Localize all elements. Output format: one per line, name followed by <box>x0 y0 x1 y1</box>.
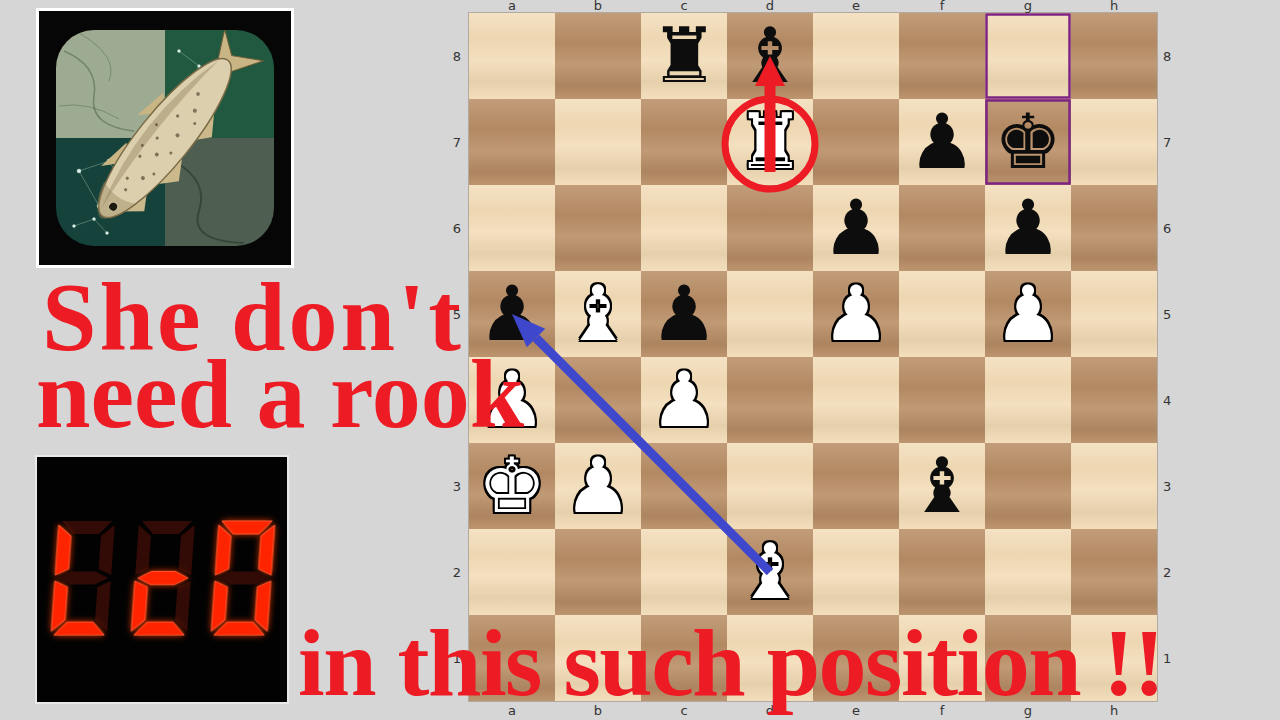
thumbnail: She don't need a rook in this such posit… <box>0 0 1280 720</box>
square-d2[interactable]: ♝ <box>727 529 813 615</box>
rank-label-2: 2 <box>444 529 465 615</box>
square-d5[interactable] <box>727 271 813 357</box>
square-a7[interactable] <box>469 99 555 185</box>
square-e8[interactable] <box>813 13 899 99</box>
square-f5[interactable] <box>899 271 985 357</box>
segment-d-lit <box>134 622 185 635</box>
segment-c-unlit <box>174 581 190 631</box>
rank-label-8: 8 <box>444 13 465 99</box>
rank-label-6: 6 <box>444 185 465 271</box>
square-h5[interactable] <box>1071 271 1157 357</box>
stockfish-logo <box>36 8 294 268</box>
square-e7[interactable] <box>813 99 899 185</box>
square-c7[interactable] <box>641 99 727 185</box>
board: ♜♝♜♟♚♟♟♟♝♟♟♟♟♟♚♟♝♝ <box>469 13 1157 701</box>
square-b5[interactable]: ♝ <box>555 271 641 357</box>
segment-d-lit <box>54 622 105 635</box>
segment-c-unlit <box>94 581 110 631</box>
square-f3[interactable]: ♝ <box>899 443 985 529</box>
file-label-a: a <box>469 0 555 13</box>
square-b3[interactable]: ♟ <box>555 443 641 529</box>
square-b4[interactable] <box>555 357 641 443</box>
black-bishop-d8: ♝ <box>727 13 813 99</box>
square-c5[interactable]: ♟ <box>641 271 727 357</box>
square-d3[interactable] <box>727 443 813 529</box>
square-a2[interactable] <box>469 529 555 615</box>
square-d8[interactable]: ♝ <box>727 13 813 99</box>
rank-labels-right: 87654321 <box>1160 13 1180 701</box>
white-pawn-e5: ♟ <box>813 271 899 357</box>
square-h3[interactable] <box>1071 443 1157 529</box>
square-b6[interactable] <box>555 185 641 271</box>
square-h7[interactable] <box>1071 99 1157 185</box>
square-h2[interactable] <box>1071 529 1157 615</box>
seven-segment-digit-c <box>131 521 195 635</box>
file-label-d: d <box>727 0 813 13</box>
square-a6[interactable] <box>469 185 555 271</box>
square-a3[interactable]: ♚ <box>469 443 555 529</box>
square-h8[interactable] <box>1071 13 1157 99</box>
segment-a-unlit <box>61 521 112 534</box>
segment-a-unlit <box>141 521 192 534</box>
rank-label-7: 7 <box>444 99 465 185</box>
file-label-e: e <box>813 0 899 13</box>
square-g4[interactable] <box>985 357 1071 443</box>
square-e6[interactable]: ♟ <box>813 185 899 271</box>
square-f8[interactable] <box>899 13 985 99</box>
square-g5[interactable]: ♟ <box>985 271 1071 357</box>
square-g2[interactable] <box>985 529 1071 615</box>
file-label-b: b <box>555 0 641 13</box>
lc0-logo: Lc0 <box>35 455 289 704</box>
segment-f-lit <box>55 525 71 575</box>
white-bishop-d2: ♝ <box>727 529 813 615</box>
white-pawn-c4: ♟ <box>641 357 727 443</box>
black-pawn-e6: ♟ <box>813 185 899 271</box>
square-g3[interactable] <box>985 443 1071 529</box>
caption-line-3: in this such position !! <box>298 607 1164 718</box>
square-b8[interactable] <box>555 13 641 99</box>
file-label-g: g <box>985 0 1071 13</box>
rank-label-4: 4 <box>1160 357 1180 443</box>
square-c2[interactable] <box>641 529 727 615</box>
rank-label-3: 3 <box>444 443 465 529</box>
square-c8[interactable]: ♜ <box>641 13 727 99</box>
square-f6[interactable] <box>899 185 985 271</box>
rank-label-8: 8 <box>1160 13 1180 99</box>
square-f7[interactable]: ♟ <box>899 99 985 185</box>
square-g7[interactable]: ♚ <box>985 99 1071 185</box>
file-labels-top: abcdefgh <box>469 0 1157 13</box>
square-h6[interactable] <box>1071 185 1157 271</box>
fish-icon <box>39 11 291 265</box>
black-rook-c8: ♜ <box>641 13 727 99</box>
square-g8[interactable] <box>985 13 1071 99</box>
file-label-f: f <box>899 0 985 13</box>
segment-d-lit <box>214 622 265 635</box>
square-h4[interactable] <box>1071 357 1157 443</box>
segment-f-unlit <box>135 525 151 575</box>
rank-label-6: 6 <box>1160 185 1180 271</box>
square-f2[interactable] <box>899 529 985 615</box>
segment-b-unlit <box>98 525 114 575</box>
rank-label-5: 5 <box>1160 271 1180 357</box>
white-pawn-b3: ♟ <box>555 443 641 529</box>
segment-f-lit <box>215 525 231 575</box>
black-king-g7: ♚ <box>985 99 1071 185</box>
segment-a-lit <box>221 521 272 534</box>
rank-label-3: 3 <box>1160 443 1180 529</box>
file-label-c: c <box>641 0 727 13</box>
black-bishop-f3: ♝ <box>899 443 985 529</box>
white-pawn-g5: ♟ <box>985 271 1071 357</box>
segment-g-unlit <box>218 572 269 585</box>
segment-g-lit <box>138 572 189 585</box>
square-e3[interactable] <box>813 443 899 529</box>
seven-segment-digit-L <box>51 521 115 635</box>
rank-label-2: 2 <box>1160 529 1180 615</box>
white-king-a3: ♚ <box>469 443 555 529</box>
square-b2[interactable] <box>555 529 641 615</box>
square-e5[interactable]: ♟ <box>813 271 899 357</box>
square-e4[interactable] <box>813 357 899 443</box>
rank-label-7: 7 <box>1160 99 1180 185</box>
segment-g-unlit <box>58 572 109 585</box>
square-b7[interactable] <box>555 99 641 185</box>
white-rook-d7: ♜ <box>727 99 813 185</box>
square-g6[interactable]: ♟ <box>985 185 1071 271</box>
square-c4[interactable]: ♟ <box>641 357 727 443</box>
black-pawn-f7: ♟ <box>899 99 985 185</box>
black-pawn-c5: ♟ <box>641 271 727 357</box>
square-f4[interactable] <box>899 357 985 443</box>
caption-line-2: need a rook <box>36 338 524 450</box>
square-c3[interactable] <box>641 443 727 529</box>
square-d7[interactable]: ♜ <box>727 99 813 185</box>
white-bishop-b5: ♝ <box>555 271 641 357</box>
seven-segment-display <box>37 457 287 702</box>
segment-b-unlit <box>178 525 194 575</box>
seven-segment-digit-0 <box>211 521 275 635</box>
file-label-h: h <box>1071 0 1157 13</box>
segment-c-lit <box>254 581 270 631</box>
square-d4[interactable] <box>727 357 813 443</box>
square-c6[interactable] <box>641 185 727 271</box>
black-pawn-g6: ♟ <box>985 185 1071 271</box>
square-d6[interactable] <box>727 185 813 271</box>
square-e2[interactable] <box>813 529 899 615</box>
square-a8[interactable] <box>469 13 555 99</box>
